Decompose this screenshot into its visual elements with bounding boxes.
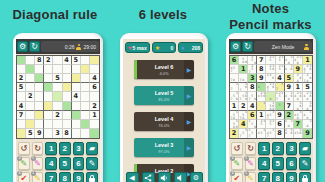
screen-left: ⚙ ↻ 0:26 29:00 82452545624427215938 ↺↻12… — [16, 39, 100, 182]
cell-r6c3[interactable] — [35, 102, 44, 111]
pencil-marks: 126 — [266, 74, 274, 82]
cell-r8c5[interactable] — [53, 120, 62, 129]
pencil-marks: 78 — [239, 74, 247, 82]
cell-r9c3[interactable]: 9 — [35, 129, 44, 138]
pencil-marks: 3457 — [266, 129, 274, 138]
left-timer-bar: 0:26 29:00 — [41, 41, 99, 52]
pencil-marks: 235 — [276, 65, 284, 73]
level-name: Level 5 — [155, 90, 174, 96]
cell-r2c4[interactable]: 8 — [257, 65, 266, 74]
cell-r4c7[interactable] — [72, 83, 81, 92]
restart-icon: ↻ — [31, 42, 38, 51]
cell-r9c1[interactable] — [17, 129, 26, 138]
pencil-marks: 2348 — [294, 56, 302, 64]
cell-r5c8[interactable] — [81, 92, 90, 101]
cell-r1c4[interactable]: 7 — [257, 56, 266, 65]
cell-r8c2[interactable] — [26, 120, 35, 129]
marker-count-badge: 1 — [244, 156, 249, 161]
cell-r5c4[interactable]: 23456 — [257, 92, 266, 101]
cell-r3c6[interactable]: 4 — [276, 74, 285, 83]
restart-icon: ↻ — [244, 42, 251, 51]
pencil-marks: 348 — [285, 56, 293, 64]
lock-body — [89, 178, 95, 182]
cell-r3c9[interactable]: 4 — [90, 74, 99, 83]
player-icon — [304, 44, 309, 50]
redo-button[interactable]: ↻ — [32, 142, 44, 155]
cell-r2c2[interactable] — [26, 65, 35, 74]
cell-r3c7[interactable]: 5 — [285, 74, 294, 83]
cell-r8c1[interactable] — [17, 120, 26, 129]
cell-r9c2[interactable]: 5 — [26, 129, 35, 138]
pencil-marks: 346 — [285, 65, 293, 73]
play-button[interactable]: ▶ — [184, 138, 194, 157]
bottom-toolbar: ◀⚙ — [123, 172, 205, 182]
pencil-mark-9 — [254, 135, 257, 138]
zen-mode-label: Zen Mode — [272, 44, 295, 50]
highlighter-button[interactable]: ✎3 — [18, 157, 30, 170]
pencil-marks: 457 — [230, 65, 238, 73]
pencil-marks: 235 — [266, 56, 274, 64]
heart-pill[interactable]: ♥5 max — [125, 42, 150, 53]
redo-icon: ↻ — [34, 144, 41, 153]
title-notes-line2: Pencil marks — [216, 17, 325, 33]
cell-r3c8[interactable] — [81, 74, 90, 83]
marker-button[interactable]: ✎1 — [32, 157, 44, 170]
cell-r9c5[interactable]: 3457 — [266, 129, 275, 138]
cell-r5c9[interactable] — [90, 92, 99, 101]
gear-icon: ⚙ — [19, 42, 26, 51]
cell-r3c6[interactable] — [63, 74, 72, 83]
back-button[interactable]: ◀ — [126, 172, 139, 182]
level-progress: 76.0% — [158, 123, 169, 128]
music-button[interactable] — [174, 172, 187, 182]
cell-r6c7[interactable]: 7 — [285, 102, 294, 111]
cell-r4c5[interactable] — [53, 83, 62, 92]
cell-r4c8[interactable] — [81, 83, 90, 92]
cell-r2c3[interactable] — [35, 65, 44, 74]
level-progress: 4.0% — [159, 71, 168, 76]
play-button[interactable]: ▶ — [184, 86, 194, 105]
pencil-marks: 35679 — [239, 92, 247, 100]
play-icon: ▶ — [187, 92, 192, 99]
play-icon: ▶ — [187, 118, 192, 125]
cell-r2c1[interactable] — [17, 65, 26, 74]
cell-r7c5[interactable]: 2 — [53, 111, 62, 120]
gem-pill[interactable]: ♦208 — [178, 42, 203, 53]
digit-button-2[interactable]: 2 — [272, 142, 284, 155]
cell-r6c4[interactable]: 3 — [257, 102, 266, 111]
settings-button[interactable]: ⚙ — [17, 41, 28, 52]
digit-button-6[interactable]: 6 — [286, 157, 298, 170]
player-icon — [76, 44, 81, 50]
cell-r9c6[interactable]: 8 — [276, 129, 285, 138]
redo-button[interactable]: ↻ — [245, 142, 257, 155]
gear-icon: ⚙ — [193, 174, 199, 182]
cell-r2c2[interactable]: 1 — [239, 65, 248, 74]
pencil-marks: 3468 — [285, 92, 293, 100]
cell-r4c2[interactable] — [26, 83, 35, 92]
digit-button-6[interactable]: 6 — [73, 157, 85, 170]
pencil-marks: 4 — [257, 83, 265, 91]
digit-button-8[interactable]: 8 — [59, 172, 71, 182]
cell-r5c3[interactable] — [35, 92, 44, 101]
right-mode-bar: Zen Mode — [254, 41, 312, 52]
digit-button-7[interactable]: 7 — [258, 172, 270, 182]
sound-icon — [160, 174, 168, 182]
cell-r6c1[interactable]: 4 — [17, 102, 26, 111]
digit-button-1[interactable]: 1 — [258, 142, 270, 155]
cell-r7c6[interactable]: 9 — [276, 111, 285, 120]
play-button[interactable]: ▶ — [184, 60, 194, 79]
pencil-marks: 367 — [239, 83, 247, 91]
digit-button-1[interactable]: 1 — [45, 142, 57, 155]
cell-r4c1[interactable]: 5 — [17, 83, 26, 92]
cell-r6c5[interactable]: 35689 — [266, 102, 275, 111]
cell-r4c3[interactable]: 8 — [248, 83, 257, 92]
pencil-button[interactable]: ✎ — [299, 157, 311, 170]
cell-r1c3[interactable]: 8 — [35, 56, 44, 65]
restart-button[interactable]: ↻ — [29, 41, 40, 52]
pencil-mark-9: 9 — [245, 61, 248, 64]
cell-r3c7[interactable] — [72, 74, 81, 83]
cell-r2c8[interactable] — [81, 65, 90, 74]
cell-r9c3[interactable]: 157 — [248, 129, 257, 138]
gear-icon: ⚙ — [232, 42, 239, 51]
cell-r8c4[interactable] — [44, 120, 53, 129]
settings-button[interactable]: ⚙ — [230, 41, 241, 52]
check-button[interactable]: ✔2 — [231, 172, 243, 182]
level-card-level-6[interactable]: Level 64.0%▶ — [134, 60, 194, 79]
cell-r5c5[interactable] — [53, 92, 62, 101]
cell-r4c3[interactable] — [35, 83, 44, 92]
cell-r9c6[interactable]: 8 — [63, 129, 72, 138]
cell-r7c2[interactable] — [26, 111, 35, 120]
cell-r3c5[interactable]: 5 — [53, 74, 62, 83]
cell-r7c7[interactable] — [72, 111, 81, 120]
pencil-mark-9 — [299, 135, 302, 138]
cell-r5c1[interactable]: 3579 — [230, 92, 239, 101]
cell-r1c1[interactable]: 6 — [230, 56, 239, 65]
yellow-pencil-count-badge: 1 — [244, 171, 249, 176]
cell-r9c1[interactable]: 2 — [230, 129, 239, 138]
pencil-marks: 3589 — [230, 120, 238, 128]
cell-r7c8[interactable] — [81, 111, 90, 120]
phone-middle: ♥5 max★0♦208 Level 64.0%▶Level 585.0%▶Le… — [120, 33, 208, 182]
cell-r6c5[interactable] — [53, 102, 62, 111]
pencil-marks: 23467 — [266, 83, 274, 91]
cell-r8c9[interactable] — [90, 120, 99, 129]
cell-r5c2[interactable]: 35679 — [239, 92, 248, 101]
cell-r3c2[interactable] — [26, 74, 35, 83]
cell-r2c7[interactable]: 346 — [285, 65, 294, 74]
cell-r6c8[interactable]: 368 — [294, 102, 303, 111]
pencil-mark-9: 9 — [254, 98, 257, 101]
cell-r2c1[interactable]: 457 — [230, 65, 239, 74]
cell-r9c7[interactable] — [72, 129, 81, 138]
pencil-marks: 3578 — [230, 111, 238, 119]
cell-r2c9[interactable] — [90, 65, 99, 74]
highlighter-icon: ✎ — [233, 159, 240, 168]
cell-r5c4[interactable] — [44, 92, 53, 101]
cell-r3c4[interactable]: 9 — [257, 74, 266, 83]
cell-r5c1[interactable] — [17, 92, 26, 101]
cell-r1c9[interactable] — [90, 56, 99, 65]
left-game-header: ⚙ ↻ 0:26 29:00 — [16, 39, 100, 54]
cell-r3c9[interactable]: 2678 — [303, 74, 312, 83]
digit-button-5[interactable]: 5 — [272, 157, 284, 170]
panel-title-diagonal-rule: Diagonal rule — [0, 7, 110, 22]
redo-icon: ↻ — [247, 144, 254, 153]
pencil-mark-9 — [290, 71, 293, 73]
sound-button[interactable] — [158, 172, 171, 182]
digit-button-4[interactable]: 4 — [258, 157, 270, 170]
cell-r9c7[interactable]: 1346 — [285, 129, 294, 138]
cell-r9c5[interactable]: 3 — [53, 129, 62, 138]
cell-r1c7[interactable]: 348 — [285, 56, 294, 65]
cell-r3c3[interactable]: 3 — [248, 74, 257, 83]
level-list: Level 64.0%▶Level 585.0%▶Level 476.0%▶Le… — [123, 60, 205, 182]
check-icon: ✔ — [233, 174, 240, 182]
pencil-marks: 3457 — [266, 111, 274, 119]
cell-r3c3[interactable] — [35, 74, 44, 83]
pencil-button[interactable]: ✎ — [86, 157, 98, 170]
cell-r8c8[interactable] — [81, 120, 90, 129]
restart-button[interactable]: ↻ — [242, 41, 253, 52]
pencil-mark-9 — [245, 135, 248, 138]
pencil-marks: 37 — [230, 83, 238, 91]
cell-r7c4[interactable] — [44, 111, 53, 120]
level-card-level-4[interactable]: Level 476.0%▶ — [134, 112, 194, 131]
cell-r1c7[interactable]: 5 — [72, 56, 81, 65]
cell-r8c4[interactable]: 235 — [257, 120, 266, 129]
pencil-marks: 23467 — [303, 65, 312, 73]
cell-r7c1[interactable]: 7 — [17, 111, 26, 120]
level-card-level-5[interactable]: Level 585.0%▶ — [134, 86, 194, 105]
cell-r8c6[interactable]: 6 — [276, 120, 285, 129]
pencil-mark-9 — [235, 70, 238, 73]
check-icon: ✔ — [20, 174, 27, 182]
cell-r6c6[interactable]: 5 — [276, 102, 285, 111]
pencil-marks: 259 — [248, 56, 256, 64]
cell-r7c9[interactable]: 1 — [90, 111, 99, 120]
level-name: Level 3 — [155, 142, 174, 148]
check-button[interactable]: ✔2 — [18, 172, 30, 182]
play-icon: ▶ — [187, 66, 192, 73]
share-icon — [144, 174, 152, 182]
pencil-marks: 579 — [248, 92, 256, 100]
cell-r1c2[interactable]: 589 — [239, 56, 248, 65]
cell-r5c6[interactable] — [63, 92, 72, 101]
cell-r5c3[interactable]: 579 — [248, 92, 257, 101]
check-count-badge: 2 — [230, 171, 235, 176]
cell-r4c4[interactable] — [44, 83, 53, 92]
lock-body — [302, 178, 308, 182]
cell-r9c8[interactable]: 3456 — [294, 129, 303, 138]
digit-button-9[interactable]: 9 — [73, 172, 85, 182]
cell-r8c8[interactable]: 7 — [294, 120, 303, 129]
pencil-marks: 138 — [285, 120, 293, 128]
pencil-mark-9 — [290, 135, 293, 138]
level-name: Level 4 — [155, 116, 174, 122]
undo-button[interactable]: ↺ — [231, 142, 243, 155]
pencil-marks: 357 — [239, 129, 247, 138]
cell-r3c4[interactable] — [44, 74, 53, 83]
cell-r1c8[interactable]: 2348 — [294, 56, 303, 65]
marker-button[interactable]: ✎1 — [245, 157, 257, 170]
heart-icon: ♥ — [128, 45, 132, 51]
undo-button[interactable]: ↺ — [18, 142, 30, 155]
cell-r4c9[interactable]: 6 — [90, 83, 99, 92]
cell-r9c8[interactable] — [81, 129, 90, 138]
undo-icon: ↺ — [20, 144, 27, 153]
eraser-icon: ▰ — [89, 144, 95, 153]
pencil-icon: ✎ — [89, 159, 96, 168]
highlighter-count-badge: 3 — [17, 156, 22, 161]
pencil-marks: 3458 — [294, 111, 302, 119]
cell-r1c2[interactable] — [26, 56, 35, 65]
cell-r2c4[interactable] — [44, 65, 53, 74]
cell-r2c3[interactable]: 257 — [248, 65, 257, 74]
share-button[interactable] — [142, 172, 155, 182]
pencil-marks: 257 — [248, 65, 256, 73]
cell-r5c7[interactable]: 3468 — [285, 92, 294, 101]
level-progress: 97.0% — [158, 149, 169, 154]
panel-title-6-levels: 6 levels — [108, 7, 218, 22]
cell-r2c6[interactable] — [63, 65, 72, 74]
pencil-mark-9 — [281, 71, 284, 73]
level-name: Level 6 — [155, 64, 174, 70]
digit-button-3[interactable]: 3 — [73, 142, 85, 155]
cell-r6c9[interactable]: 2 — [90, 102, 99, 111]
undo-icon: ↺ — [233, 144, 240, 153]
pencil-marks: 3578 — [239, 111, 247, 119]
cell-r9c4[interactable]: 345 — [257, 129, 266, 138]
right-game-header: ⚙ ↻ Zen Mode — [229, 39, 313, 54]
cell-r7c2[interactable]: 3578 — [239, 111, 248, 120]
cell-r6c4[interactable] — [44, 102, 53, 111]
right-sudoku-board: 6589259723523534823481457125782356235346… — [229, 55, 313, 139]
cell-r4c5[interactable]: 23467 — [266, 83, 275, 92]
star-pill[interactable]: ★0 — [152, 42, 177, 53]
cell-r6c6[interactable] — [63, 102, 72, 111]
cell-r4c6[interactable] — [63, 83, 72, 92]
pencil-marks: 78 — [230, 74, 238, 82]
resource-pills: ♥5 max★0♦208 — [125, 42, 203, 53]
settings-button[interactable]: ⚙ — [190, 172, 203, 182]
pencil-mark-9 — [263, 135, 266, 138]
cell-r6c2[interactable] — [26, 102, 35, 111]
pencil-marks: 3 — [257, 102, 265, 110]
highlighter-count-badge: 3 — [230, 156, 235, 161]
digit-button-4[interactable]: 4 — [45, 157, 57, 170]
pencil-marks: 8 — [266, 92, 274, 100]
pencil-mark-9 — [281, 107, 284, 110]
cell-r9c9[interactable] — [90, 129, 99, 138]
cell-r5c2[interactable]: 2 — [26, 92, 35, 101]
cell-r9c9[interactable]: 9 — [303, 129, 312, 138]
cell-r2c7[interactable] — [72, 65, 81, 74]
play-button[interactable]: ▶ — [184, 112, 194, 131]
pencil-marks: 2678 — [303, 74, 312, 82]
back-icon: ◀ — [129, 174, 134, 182]
cell-r3c8[interactable]: 268 — [294, 74, 303, 83]
cell-r4c7[interactable]: 9 — [285, 83, 294, 92]
left-sudoku-board: 82452545624427215938 — [16, 55, 100, 139]
star-value: 0 — [171, 45, 174, 51]
cell-r5c8[interactable]: 23468 — [294, 92, 303, 101]
cell-r7c3[interactable] — [35, 111, 44, 120]
pencil-marks: 2356 — [266, 65, 274, 73]
check-count-badge: 2 — [17, 171, 22, 176]
phone-left: ⚙ ↻ 0:26 29:00 82452545624427215938 ↺↻12… — [13, 33, 103, 182]
digit-button-8[interactable]: 8 — [272, 172, 284, 182]
cell-r1c6[interactable]: 4 — [63, 56, 72, 65]
digit-button-7[interactable]: 7 — [45, 172, 57, 182]
pencil-marks: 345 — [257, 129, 265, 138]
star-icon: ★ — [155, 45, 160, 51]
cell-r6c8[interactable] — [81, 102, 90, 111]
cell-r8c3[interactable] — [35, 120, 44, 129]
cell-r1c1[interactable] — [17, 56, 26, 65]
eraser-button[interactable]: ▰ — [86, 142, 98, 155]
pencil-marks: 235 — [266, 120, 274, 128]
cell-r5c7[interactable]: 4 — [72, 92, 81, 101]
cell-r6c3[interactable]: 4 — [248, 102, 257, 111]
gem-value: 208 — [192, 45, 200, 51]
cell-r7c8[interactable]: 3458 — [294, 111, 303, 120]
lock-button[interactable] — [86, 172, 98, 182]
cell-r8c6[interactable] — [63, 120, 72, 129]
lock-icon — [89, 175, 95, 182]
cell-r8c9[interactable]: 38 — [303, 120, 312, 129]
yellow-pencil-button[interactable]: ✎1 — [245, 172, 257, 182]
digit-button-3[interactable]: 3 — [286, 142, 298, 155]
cell-r9c4[interactable] — [44, 129, 53, 138]
cell-r7c6[interactable] — [63, 111, 72, 120]
yellow-pencil-button[interactable]: ✎1 — [32, 172, 44, 182]
digit-button-9[interactable]: 9 — [286, 172, 298, 182]
cell-r1c8[interactable] — [81, 56, 90, 65]
cell-r8c1[interactable]: 3589 — [230, 120, 239, 129]
pencil-marks: 5 — [276, 102, 284, 110]
pencil-marks: 35689 — [266, 102, 274, 110]
pencil-mark-9 — [272, 135, 275, 138]
cell-r2c6[interactable]: 235 — [276, 65, 285, 74]
digit-button-5[interactable]: 5 — [59, 157, 71, 170]
pencil-marks: 348 — [303, 111, 312, 119]
pencil-marks: 368 — [303, 102, 312, 110]
cell-r3c1[interactable]: 2 — [17, 74, 26, 83]
screen-middle: ♥5 max★0♦208 Level 64.0%▶Level 585.0%▶Le… — [123, 39, 205, 182]
eraser-button[interactable]: ▰ — [299, 142, 311, 155]
level-card-level-3[interactable]: Level 397.0%▶ — [134, 138, 194, 157]
cell-r6c7[interactable] — [72, 102, 81, 111]
cell-r1c5[interactable] — [53, 56, 62, 65]
highlighter-button[interactable]: ✎3 — [231, 157, 243, 170]
cell-r5c5[interactable]: 8 — [266, 92, 275, 101]
cell-r9c2[interactable]: 357 — [239, 129, 248, 138]
lock-button[interactable] — [299, 172, 311, 182]
digit-button-2[interactable]: 2 — [59, 142, 71, 155]
highlighter-icon: ✎ — [20, 159, 27, 168]
cell-r8c7[interactable] — [72, 120, 81, 129]
cell-r2c5[interactable] — [53, 65, 62, 74]
gem-icon: ♦ — [181, 45, 184, 51]
cell-r1c4[interactable]: 2 — [44, 56, 53, 65]
level-progress: 85.0% — [158, 97, 169, 102]
cell-r5c6[interactable]: 12357 — [276, 92, 285, 101]
cell-r8c5[interactable]: 235 — [266, 120, 275, 129]
